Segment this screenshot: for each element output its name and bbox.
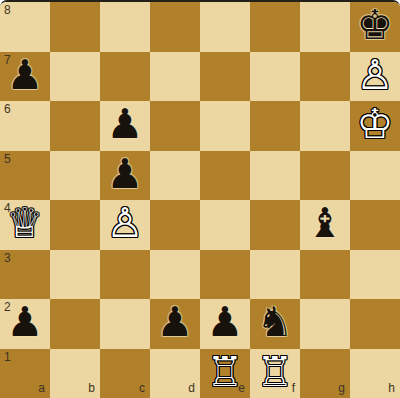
square-d4[interactable] [150, 200, 200, 250]
square-a3[interactable]: 3 [0, 250, 50, 300]
rank-label-6: 6 [4, 102, 11, 116]
square-f7[interactable] [250, 52, 300, 102]
square-c4[interactable]: ♙ [100, 200, 150, 250]
black-bishop[interactable]: ♝ [307, 203, 344, 244]
square-a2[interactable]: ♟2 [0, 299, 50, 349]
square-d7[interactable] [150, 52, 200, 102]
square-c5[interactable]: ♟ [100, 151, 150, 201]
file-label-h: h [388, 381, 395, 395]
square-a5[interactable]: 5 [0, 151, 50, 201]
square-f6[interactable] [250, 101, 300, 151]
square-e4[interactable] [200, 200, 250, 250]
square-g5[interactable] [300, 151, 350, 201]
square-b6[interactable] [50, 101, 100, 151]
square-b8[interactable] [50, 2, 100, 52]
black-pawn[interactable]: ♟ [7, 302, 44, 343]
white-rook[interactable]: ♖ [257, 352, 294, 393]
square-g4[interactable]: ♝ [300, 200, 350, 250]
rank-label-4: 4 [4, 201, 11, 215]
square-e3[interactable] [200, 250, 250, 300]
square-b4[interactable] [50, 200, 100, 250]
rank-label-7: 7 [4, 53, 11, 67]
square-a1[interactable]: 1a [0, 349, 50, 398]
square-c7[interactable] [100, 52, 150, 102]
square-f3[interactable] [250, 250, 300, 300]
file-label-a: a [38, 381, 45, 395]
square-c1[interactable]: c [100, 349, 150, 398]
square-h6[interactable]: ♔ [350, 101, 400, 151]
square-c3[interactable] [100, 250, 150, 300]
file-label-g: g [338, 381, 345, 395]
rank-label-1: 1 [4, 350, 11, 364]
square-g7[interactable] [300, 52, 350, 102]
square-h1[interactable]: h [350, 349, 400, 398]
square-b2[interactable] [50, 299, 100, 349]
black-knight[interactable]: ♞ [257, 302, 294, 343]
square-g3[interactable] [300, 250, 350, 300]
square-g8[interactable] [300, 2, 350, 52]
square-d6[interactable] [150, 101, 200, 151]
square-e8[interactable] [200, 2, 250, 52]
white-king[interactable]: ♔ [357, 104, 394, 145]
file-label-d: d [188, 381, 195, 395]
square-d1[interactable]: d [150, 349, 200, 398]
white-pawn[interactable]: ♙ [107, 203, 144, 244]
square-h3[interactable] [350, 250, 400, 300]
square-e2[interactable]: ♟ [200, 299, 250, 349]
square-c8[interactable] [100, 2, 150, 52]
square-h5[interactable] [350, 151, 400, 201]
black-pawn[interactable]: ♟ [157, 302, 194, 343]
square-d2[interactable]: ♟ [150, 299, 200, 349]
chess-board-container: 8♚♟7♙6♟♔5♟♕4♙♝3♟2♟♟♞1abcd♖e♖fgh [0, 0, 400, 398]
square-f1[interactable]: ♖f [250, 349, 300, 398]
rank-label-8: 8 [4, 3, 11, 17]
square-c6[interactable]: ♟ [100, 101, 150, 151]
square-d8[interactable] [150, 2, 200, 52]
black-king[interactable]: ♚ [357, 5, 394, 46]
square-a6[interactable]: 6 [0, 101, 50, 151]
rank-label-3: 3 [4, 251, 11, 265]
square-a4[interactable]: ♕4 [0, 200, 50, 250]
file-label-f: f [292, 381, 295, 395]
white-pawn[interactable]: ♙ [357, 55, 394, 96]
square-f4[interactable] [250, 200, 300, 250]
square-d3[interactable] [150, 250, 200, 300]
square-f8[interactable] [250, 2, 300, 52]
file-label-b: b [88, 381, 95, 395]
square-g1[interactable]: g [300, 349, 350, 398]
square-e6[interactable] [200, 101, 250, 151]
square-h8[interactable]: ♚ [350, 2, 400, 52]
square-a8[interactable]: 8 [0, 2, 50, 52]
square-a7[interactable]: ♟7 [0, 52, 50, 102]
black-pawn[interactable]: ♟ [107, 154, 144, 195]
square-b7[interactable] [50, 52, 100, 102]
square-e7[interactable] [200, 52, 250, 102]
square-g6[interactable] [300, 101, 350, 151]
black-pawn[interactable]: ♟ [207, 302, 244, 343]
square-e5[interactable] [200, 151, 250, 201]
square-c2[interactable] [100, 299, 150, 349]
file-label-e: e [238, 381, 245, 395]
white-queen[interactable]: ♕ [7, 203, 44, 244]
square-b5[interactable] [50, 151, 100, 201]
square-b3[interactable] [50, 250, 100, 300]
square-g2[interactable] [300, 299, 350, 349]
square-b1[interactable]: b [50, 349, 100, 398]
square-f5[interactable] [250, 151, 300, 201]
black-pawn[interactable]: ♟ [107, 104, 144, 145]
file-label-c: c [139, 381, 145, 395]
black-pawn[interactable]: ♟ [7, 55, 44, 96]
square-h7[interactable]: ♙ [350, 52, 400, 102]
square-f2[interactable]: ♞ [250, 299, 300, 349]
rank-label-5: 5 [4, 152, 11, 166]
square-e1[interactable]: ♖e [200, 349, 250, 398]
square-h2[interactable] [350, 299, 400, 349]
chess-board: 8♚♟7♙6♟♔5♟♕4♙♝3♟2♟♟♞1abcd♖e♖fgh [0, 0, 400, 398]
square-h4[interactable] [350, 200, 400, 250]
square-d5[interactable] [150, 151, 200, 201]
rank-label-2: 2 [4, 300, 11, 314]
